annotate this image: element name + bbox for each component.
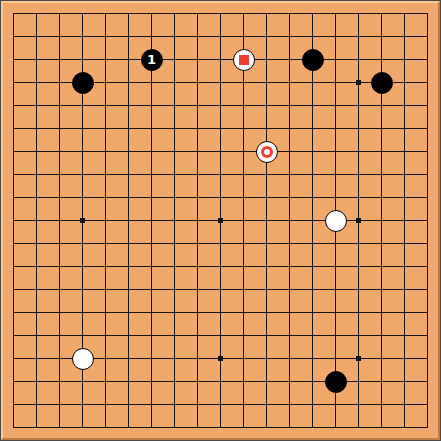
intersection-14-13[interactable] [301, 278, 324, 301]
intersection-3-14[interactable] [48, 301, 71, 324]
intersection-18-9[interactable] [393, 186, 416, 209]
intersection-19-4[interactable] [416, 71, 439, 94]
intersection-12-16[interactable] [255, 347, 278, 370]
intersection-15-15[interactable] [324, 324, 347, 347]
intersection-13-18[interactable] [278, 393, 301, 416]
intersection-10-1[interactable] [209, 2, 232, 25]
intersection-17-14[interactable] [370, 301, 393, 324]
intersection-13-12[interactable] [278, 255, 301, 278]
intersection-5-19[interactable] [94, 416, 117, 439]
intersection-8-13[interactable] [163, 278, 186, 301]
intersection-8-14[interactable] [163, 301, 186, 324]
intersection-15-19[interactable] [324, 416, 347, 439]
intersection-13-5[interactable] [278, 94, 301, 117]
intersection-15-6[interactable] [324, 117, 347, 140]
intersection-17-8[interactable] [370, 163, 393, 186]
intersection-12-18[interactable] [255, 393, 278, 416]
intersection-10-4[interactable] [209, 71, 232, 94]
intersection-11-7[interactable] [232, 140, 255, 163]
intersection-8-18[interactable] [163, 393, 186, 416]
intersection-3-13[interactable] [48, 278, 71, 301]
intersection-10-15[interactable] [209, 324, 232, 347]
intersection-10-18[interactable] [209, 393, 232, 416]
intersection-12-17[interactable] [255, 370, 278, 393]
intersection-17-10[interactable] [370, 209, 393, 232]
intersection-14-6[interactable] [301, 117, 324, 140]
intersection-1-13[interactable] [2, 278, 25, 301]
intersection-3-18[interactable] [48, 393, 71, 416]
intersection-8-17[interactable] [163, 370, 186, 393]
intersection-11-19[interactable] [232, 416, 255, 439]
intersection-19-15[interactable] [416, 324, 439, 347]
intersection-16-13[interactable] [347, 278, 370, 301]
intersection-10-16[interactable] [209, 347, 232, 370]
intersection-10-9[interactable] [209, 186, 232, 209]
intersection-6-1[interactable] [117, 2, 140, 25]
intersection-8-5[interactable] [163, 94, 186, 117]
intersection-10-7[interactable] [209, 140, 232, 163]
intersection-7-18[interactable] [140, 393, 163, 416]
intersection-19-17[interactable] [416, 370, 439, 393]
intersection-1-5[interactable] [2, 94, 25, 117]
intersection-3-7[interactable] [48, 140, 71, 163]
intersection-17-2[interactable] [370, 25, 393, 48]
intersection-17-12[interactable] [370, 255, 393, 278]
intersection-14-3[interactable] [301, 48, 324, 71]
intersection-5-7[interactable] [94, 140, 117, 163]
intersection-10-11[interactable] [209, 232, 232, 255]
intersection-1-10[interactable] [2, 209, 25, 232]
intersection-6-5[interactable] [117, 94, 140, 117]
intersection-10-14[interactable] [209, 301, 232, 324]
intersection-17-17[interactable] [370, 370, 393, 393]
intersection-16-19[interactable] [347, 416, 370, 439]
intersection-14-19[interactable] [301, 416, 324, 439]
intersection-2-16[interactable] [25, 347, 48, 370]
intersection-6-2[interactable] [117, 25, 140, 48]
intersection-18-5[interactable] [393, 94, 416, 117]
intersection-15-1[interactable] [324, 2, 347, 25]
intersection-1-17[interactable] [2, 370, 25, 393]
intersection-1-1[interactable] [2, 2, 25, 25]
intersection-6-13[interactable] [117, 278, 140, 301]
intersection-4-15[interactable] [71, 324, 94, 347]
intersection-3-10[interactable] [48, 209, 71, 232]
intersection-19-18[interactable] [416, 393, 439, 416]
intersection-17-3[interactable] [370, 48, 393, 71]
intersection-3-6[interactable] [48, 117, 71, 140]
intersection-6-16[interactable] [117, 347, 140, 370]
intersection-2-19[interactable] [25, 416, 48, 439]
intersection-2-9[interactable] [25, 186, 48, 209]
intersection-13-2[interactable] [278, 25, 301, 48]
intersection-14-10[interactable] [301, 209, 324, 232]
intersection-8-12[interactable] [163, 255, 186, 278]
intersection-8-9[interactable] [163, 186, 186, 209]
intersection-12-12[interactable] [255, 255, 278, 278]
intersection-11-9[interactable] [232, 186, 255, 209]
intersection-16-3[interactable] [347, 48, 370, 71]
intersection-7-8[interactable] [140, 163, 163, 186]
intersection-15-17[interactable] [324, 370, 347, 393]
intersection-9-6[interactable] [186, 117, 209, 140]
intersection-6-7[interactable] [117, 140, 140, 163]
intersection-13-9[interactable] [278, 186, 301, 209]
intersection-7-5[interactable] [140, 94, 163, 117]
intersection-7-12[interactable] [140, 255, 163, 278]
intersection-15-16[interactable] [324, 347, 347, 370]
intersection-8-19[interactable] [163, 416, 186, 439]
intersection-13-11[interactable] [278, 232, 301, 255]
intersection-3-4[interactable] [48, 71, 71, 94]
intersection-10-12[interactable] [209, 255, 232, 278]
intersection-10-5[interactable] [209, 94, 232, 117]
intersection-2-17[interactable] [25, 370, 48, 393]
intersection-8-4[interactable] [163, 71, 186, 94]
intersection-12-4[interactable] [255, 71, 278, 94]
intersection-16-17[interactable] [347, 370, 370, 393]
intersection-5-9[interactable] [94, 186, 117, 209]
intersection-5-11[interactable] [94, 232, 117, 255]
intersection-16-5[interactable] [347, 94, 370, 117]
intersection-2-8[interactable] [25, 163, 48, 186]
intersection-3-8[interactable] [48, 163, 71, 186]
intersection-9-14[interactable] [186, 301, 209, 324]
intersection-1-16[interactable] [2, 347, 25, 370]
intersection-7-17[interactable] [140, 370, 163, 393]
intersection-16-16[interactable] [347, 347, 370, 370]
intersection-13-4[interactable] [278, 71, 301, 94]
intersection-1-6[interactable] [2, 117, 25, 140]
intersection-13-13[interactable] [278, 278, 301, 301]
intersection-16-9[interactable] [347, 186, 370, 209]
intersection-16-7[interactable] [347, 140, 370, 163]
intersection-18-19[interactable] [393, 416, 416, 439]
intersection-8-15[interactable] [163, 324, 186, 347]
intersection-19-9[interactable] [416, 186, 439, 209]
intersection-2-6[interactable] [25, 117, 48, 140]
intersection-19-8[interactable] [416, 163, 439, 186]
intersection-11-12[interactable] [232, 255, 255, 278]
intersection-6-11[interactable] [117, 232, 140, 255]
intersection-5-14[interactable] [94, 301, 117, 324]
intersection-2-4[interactable] [25, 71, 48, 94]
intersection-12-3[interactable] [255, 48, 278, 71]
intersection-3-12[interactable] [48, 255, 71, 278]
intersection-5-6[interactable] [94, 117, 117, 140]
intersection-13-15[interactable] [278, 324, 301, 347]
intersection-5-10[interactable] [94, 209, 117, 232]
intersection-18-2[interactable] [393, 25, 416, 48]
intersection-15-9[interactable] [324, 186, 347, 209]
intersection-2-18[interactable] [25, 393, 48, 416]
intersection-15-10[interactable] [324, 209, 347, 232]
intersection-1-8[interactable] [2, 163, 25, 186]
intersection-2-1[interactable] [25, 2, 48, 25]
intersection-12-13[interactable] [255, 278, 278, 301]
intersection-19-5[interactable] [416, 94, 439, 117]
intersection-6-4[interactable] [117, 71, 140, 94]
intersection-3-15[interactable] [48, 324, 71, 347]
intersection-8-16[interactable] [163, 347, 186, 370]
intersection-4-9[interactable] [71, 186, 94, 209]
intersection-4-13[interactable] [71, 278, 94, 301]
intersection-4-6[interactable] [71, 117, 94, 140]
intersection-6-10[interactable] [117, 209, 140, 232]
intersection-16-14[interactable] [347, 301, 370, 324]
intersection-1-18[interactable] [2, 393, 25, 416]
intersection-17-11[interactable] [370, 232, 393, 255]
intersection-6-6[interactable] [117, 117, 140, 140]
intersection-10-13[interactable] [209, 278, 232, 301]
intersection-15-11[interactable] [324, 232, 347, 255]
intersection-4-4[interactable] [71, 71, 94, 94]
intersection-6-14[interactable] [117, 301, 140, 324]
intersection-11-13[interactable] [232, 278, 255, 301]
intersection-19-16[interactable] [416, 347, 439, 370]
intersection-1-3[interactable] [2, 48, 25, 71]
intersection-8-2[interactable] [163, 25, 186, 48]
intersection-2-3[interactable] [25, 48, 48, 71]
intersection-15-2[interactable] [324, 25, 347, 48]
intersection-7-15[interactable] [140, 324, 163, 347]
intersection-16-12[interactable] [347, 255, 370, 278]
intersection-4-5[interactable] [71, 94, 94, 117]
intersection-14-2[interactable] [301, 25, 324, 48]
intersection-12-19[interactable] [255, 416, 278, 439]
intersection-19-6[interactable] [416, 117, 439, 140]
intersection-14-14[interactable] [301, 301, 324, 324]
intersection-4-12[interactable] [71, 255, 94, 278]
intersection-11-5[interactable] [232, 94, 255, 117]
intersection-17-15[interactable] [370, 324, 393, 347]
intersection-16-6[interactable] [347, 117, 370, 140]
intersection-4-2[interactable] [71, 25, 94, 48]
intersection-18-15[interactable] [393, 324, 416, 347]
intersection-19-3[interactable] [416, 48, 439, 71]
intersection-15-7[interactable] [324, 140, 347, 163]
intersection-11-11[interactable] [232, 232, 255, 255]
intersection-10-3[interactable] [209, 48, 232, 71]
intersection-13-19[interactable] [278, 416, 301, 439]
intersection-14-5[interactable] [301, 94, 324, 117]
intersection-9-15[interactable] [186, 324, 209, 347]
intersection-17-19[interactable] [370, 416, 393, 439]
intersection-8-8[interactable] [163, 163, 186, 186]
intersection-17-9[interactable] [370, 186, 393, 209]
intersection-15-8[interactable] [324, 163, 347, 186]
intersection-12-1[interactable] [255, 2, 278, 25]
intersection-4-14[interactable] [71, 301, 94, 324]
intersection-14-7[interactable] [301, 140, 324, 163]
intersection-5-15[interactable] [94, 324, 117, 347]
intersection-12-14[interactable] [255, 301, 278, 324]
intersection-2-5[interactable] [25, 94, 48, 117]
intersection-12-9[interactable] [255, 186, 278, 209]
intersection-18-4[interactable] [393, 71, 416, 94]
intersection-9-8[interactable] [186, 163, 209, 186]
intersection-16-2[interactable] [347, 25, 370, 48]
intersection-12-15[interactable] [255, 324, 278, 347]
intersection-5-18[interactable] [94, 393, 117, 416]
intersection-6-12[interactable] [117, 255, 140, 278]
intersection-9-10[interactable] [186, 209, 209, 232]
intersection-15-12[interactable] [324, 255, 347, 278]
intersection-11-17[interactable] [232, 370, 255, 393]
intersection-3-16[interactable] [48, 347, 71, 370]
intersection-9-19[interactable] [186, 416, 209, 439]
intersection-9-12[interactable] [186, 255, 209, 278]
intersection-3-19[interactable] [48, 416, 71, 439]
intersection-9-5[interactable] [186, 94, 209, 117]
intersection-8-3[interactable] [163, 48, 186, 71]
intersection-16-11[interactable] [347, 232, 370, 255]
intersection-3-17[interactable] [48, 370, 71, 393]
intersection-9-2[interactable] [186, 25, 209, 48]
intersection-13-7[interactable] [278, 140, 301, 163]
intersection-8-1[interactable] [163, 2, 186, 25]
intersection-12-2[interactable] [255, 25, 278, 48]
intersection-9-3[interactable] [186, 48, 209, 71]
intersection-2-10[interactable] [25, 209, 48, 232]
intersection-13-10[interactable] [278, 209, 301, 232]
intersection-17-18[interactable] [370, 393, 393, 416]
intersection-19-2[interactable] [416, 25, 439, 48]
intersection-16-18[interactable] [347, 393, 370, 416]
intersection-19-19[interactable] [416, 416, 439, 439]
intersection-18-11[interactable] [393, 232, 416, 255]
intersection-13-17[interactable] [278, 370, 301, 393]
intersection-10-8[interactable] [209, 163, 232, 186]
intersection-12-6[interactable] [255, 117, 278, 140]
intersection-18-10[interactable] [393, 209, 416, 232]
intersection-7-11[interactable] [140, 232, 163, 255]
intersection-12-8[interactable] [255, 163, 278, 186]
intersection-4-10[interactable] [71, 209, 94, 232]
intersection-18-18[interactable] [393, 393, 416, 416]
intersection-14-17[interactable] [301, 370, 324, 393]
intersection-1-7[interactable] [2, 140, 25, 163]
intersection-19-7[interactable] [416, 140, 439, 163]
intersection-16-4[interactable] [347, 71, 370, 94]
intersection-6-9[interactable] [117, 186, 140, 209]
intersection-9-4[interactable] [186, 71, 209, 94]
intersection-11-1[interactable] [232, 2, 255, 25]
intersection-9-7[interactable] [186, 140, 209, 163]
intersection-11-6[interactable] [232, 117, 255, 140]
intersection-7-16[interactable] [140, 347, 163, 370]
intersection-11-18[interactable] [232, 393, 255, 416]
intersection-14-1[interactable] [301, 2, 324, 25]
intersection-8-11[interactable] [163, 232, 186, 255]
intersection-14-4[interactable] [301, 71, 324, 94]
intersection-2-14[interactable] [25, 301, 48, 324]
intersection-5-5[interactable] [94, 94, 117, 117]
intersection-17-16[interactable] [370, 347, 393, 370]
intersection-17-7[interactable] [370, 140, 393, 163]
intersection-6-17[interactable] [117, 370, 140, 393]
intersection-1-4[interactable] [2, 71, 25, 94]
intersection-12-10[interactable] [255, 209, 278, 232]
intersection-9-16[interactable] [186, 347, 209, 370]
intersection-18-3[interactable] [393, 48, 416, 71]
intersection-14-18[interactable] [301, 393, 324, 416]
intersection-16-15[interactable] [347, 324, 370, 347]
intersection-13-6[interactable] [278, 117, 301, 140]
intersection-6-3[interactable] [117, 48, 140, 71]
intersection-15-13[interactable] [324, 278, 347, 301]
intersection-2-2[interactable] [25, 25, 48, 48]
intersection-13-3[interactable] [278, 48, 301, 71]
intersection-16-1[interactable] [347, 2, 370, 25]
intersection-11-8[interactable] [232, 163, 255, 186]
intersection-19-11[interactable] [416, 232, 439, 255]
intersection-7-10[interactable] [140, 209, 163, 232]
intersection-4-8[interactable] [71, 163, 94, 186]
intersection-14-12[interactable] [301, 255, 324, 278]
intersection-9-17[interactable] [186, 370, 209, 393]
intersection-9-13[interactable] [186, 278, 209, 301]
intersection-1-15[interactable] [2, 324, 25, 347]
intersection-12-7[interactable] [255, 140, 278, 163]
intersection-15-3[interactable] [324, 48, 347, 71]
intersection-2-15[interactable] [25, 324, 48, 347]
intersection-11-15[interactable] [232, 324, 255, 347]
intersection-11-10[interactable] [232, 209, 255, 232]
intersection-17-4[interactable] [370, 71, 393, 94]
intersection-7-9[interactable] [140, 186, 163, 209]
intersection-3-2[interactable] [48, 25, 71, 48]
intersection-4-19[interactable] [71, 416, 94, 439]
intersection-11-14[interactable] [232, 301, 255, 324]
intersection-2-12[interactable] [25, 255, 48, 278]
intersection-16-8[interactable] [347, 163, 370, 186]
intersection-14-16[interactable] [301, 347, 324, 370]
intersection-1-19[interactable] [2, 416, 25, 439]
intersection-17-13[interactable] [370, 278, 393, 301]
intersection-13-16[interactable] [278, 347, 301, 370]
intersection-19-14[interactable] [416, 301, 439, 324]
intersection-18-6[interactable] [393, 117, 416, 140]
intersection-4-18[interactable] [71, 393, 94, 416]
intersection-15-14[interactable] [324, 301, 347, 324]
intersection-5-13[interactable] [94, 278, 117, 301]
intersection-3-9[interactable] [48, 186, 71, 209]
intersection-1-12[interactable] [2, 255, 25, 278]
intersection-13-14[interactable] [278, 301, 301, 324]
intersection-4-3[interactable] [71, 48, 94, 71]
intersection-13-8[interactable] [278, 163, 301, 186]
intersection-5-16[interactable] [94, 347, 117, 370]
intersection-19-1[interactable] [416, 2, 439, 25]
intersection-1-11[interactable] [2, 232, 25, 255]
intersection-7-6[interactable] [140, 117, 163, 140]
intersection-11-16[interactable] [232, 347, 255, 370]
intersection-10-19[interactable] [209, 416, 232, 439]
intersection-18-1[interactable] [393, 2, 416, 25]
intersection-10-10[interactable] [209, 209, 232, 232]
intersection-7-2[interactable] [140, 25, 163, 48]
intersection-18-17[interactable] [393, 370, 416, 393]
intersection-3-5[interactable] [48, 94, 71, 117]
intersection-7-7[interactable] [140, 140, 163, 163]
intersection-19-13[interactable] [416, 278, 439, 301]
intersection-7-3[interactable]: 1 [140, 48, 163, 71]
intersection-9-11[interactable] [186, 232, 209, 255]
intersection-15-4[interactable] [324, 71, 347, 94]
intersection-6-19[interactable] [117, 416, 140, 439]
intersection-7-13[interactable] [140, 278, 163, 301]
